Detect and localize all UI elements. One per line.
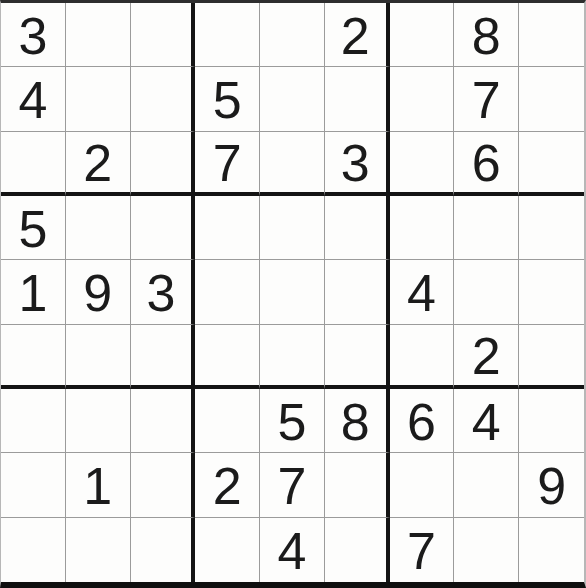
cell-r7c5[interactable]: 5 [260, 389, 325, 453]
cell-r4c2[interactable] [66, 196, 131, 260]
cell-r2c2[interactable] [66, 67, 131, 131]
cell-r5c7[interactable]: 4 [390, 260, 455, 324]
cell-r7c8[interactable]: 4 [454, 389, 519, 453]
cell-r5c9[interactable] [519, 260, 584, 324]
cell-r3c8[interactable]: 6 [454, 132, 519, 196]
cell-r2c6[interactable] [325, 67, 390, 131]
cell-r2c3[interactable] [131, 67, 196, 131]
cell-r5c3[interactable]: 3 [131, 260, 196, 324]
cell-r5c2[interactable]: 9 [66, 260, 131, 324]
cell-r5c5[interactable] [260, 260, 325, 324]
cell-r9c2[interactable] [66, 518, 131, 582]
cell-r7c1[interactable] [1, 389, 66, 453]
cell-r7c2[interactable] [66, 389, 131, 453]
cell-r3c7[interactable] [390, 132, 455, 196]
cell-r8c1[interactable] [1, 453, 66, 517]
cell-r1c3[interactable] [131, 3, 196, 67]
cell-r2c5[interactable] [260, 67, 325, 131]
cell-r4c5[interactable] [260, 196, 325, 260]
cell-r6c6[interactable] [325, 325, 390, 389]
cell-r1c8[interactable]: 8 [454, 3, 519, 67]
sudoku-board: 32845727365193425864127947 [0, 0, 586, 588]
cell-r2c7[interactable] [390, 67, 455, 131]
cell-r1c6[interactable]: 2 [325, 3, 390, 67]
cell-r9c9[interactable] [519, 518, 584, 582]
cell-r9c5[interactable]: 4 [260, 518, 325, 582]
cell-r9c1[interactable] [1, 518, 66, 582]
cell-r1c7[interactable] [390, 3, 455, 67]
cell-r2c4[interactable]: 5 [195, 67, 260, 131]
cell-r3c4[interactable]: 7 [195, 132, 260, 196]
cell-r6c7[interactable] [390, 325, 455, 389]
cell-r7c7[interactable]: 6 [390, 389, 455, 453]
cell-r6c1[interactable] [1, 325, 66, 389]
cell-r6c3[interactable] [131, 325, 196, 389]
cell-r2c1[interactable]: 4 [1, 67, 66, 131]
cell-r3c2[interactable]: 2 [66, 132, 131, 196]
cell-r3c5[interactable] [260, 132, 325, 196]
cell-r7c3[interactable] [131, 389, 196, 453]
cell-r1c4[interactable] [195, 3, 260, 67]
cell-r6c9[interactable] [519, 325, 584, 389]
cell-r3c9[interactable] [519, 132, 584, 196]
cell-r4c1[interactable]: 5 [1, 196, 66, 260]
cell-r3c6[interactable]: 3 [325, 132, 390, 196]
cell-r7c9[interactable] [519, 389, 584, 453]
cell-r2c9[interactable] [519, 67, 584, 131]
cell-r9c6[interactable] [325, 518, 390, 582]
cell-r6c4[interactable] [195, 325, 260, 389]
cell-r1c1[interactable]: 3 [1, 3, 66, 67]
cell-r5c4[interactable] [195, 260, 260, 324]
cell-r5c1[interactable]: 1 [1, 260, 66, 324]
cell-r4c6[interactable] [325, 196, 390, 260]
cell-r1c9[interactable] [519, 3, 584, 67]
cell-r6c5[interactable] [260, 325, 325, 389]
cell-r3c1[interactable] [1, 132, 66, 196]
cell-r7c6[interactable]: 8 [325, 389, 390, 453]
cell-r8c7[interactable] [390, 453, 455, 517]
cell-r4c9[interactable] [519, 196, 584, 260]
cell-r9c3[interactable] [131, 518, 196, 582]
cell-r8c8[interactable] [454, 453, 519, 517]
cell-r4c3[interactable] [131, 196, 196, 260]
cell-r9c7[interactable]: 7 [390, 518, 455, 582]
cell-r7c4[interactable] [195, 389, 260, 453]
cell-r3c3[interactable] [131, 132, 196, 196]
cell-r1c5[interactable] [260, 3, 325, 67]
cell-r9c8[interactable] [454, 518, 519, 582]
cell-r2c8[interactable]: 7 [454, 67, 519, 131]
cell-r4c4[interactable] [195, 196, 260, 260]
cell-r5c6[interactable] [325, 260, 390, 324]
cell-r8c6[interactable] [325, 453, 390, 517]
cell-r4c7[interactable] [390, 196, 455, 260]
cell-r6c8[interactable]: 2 [454, 325, 519, 389]
cell-r8c5[interactable]: 7 [260, 453, 325, 517]
cell-r8c4[interactable]: 2 [195, 453, 260, 517]
cell-r4c8[interactable] [454, 196, 519, 260]
cell-r8c2[interactable]: 1 [66, 453, 131, 517]
cell-r8c3[interactable] [131, 453, 196, 517]
cell-r9c4[interactable] [195, 518, 260, 582]
cell-r1c2[interactable] [66, 3, 131, 67]
cell-r6c2[interactable] [66, 325, 131, 389]
cell-r8c9[interactable]: 9 [519, 453, 584, 517]
cell-r5c8[interactable] [454, 260, 519, 324]
